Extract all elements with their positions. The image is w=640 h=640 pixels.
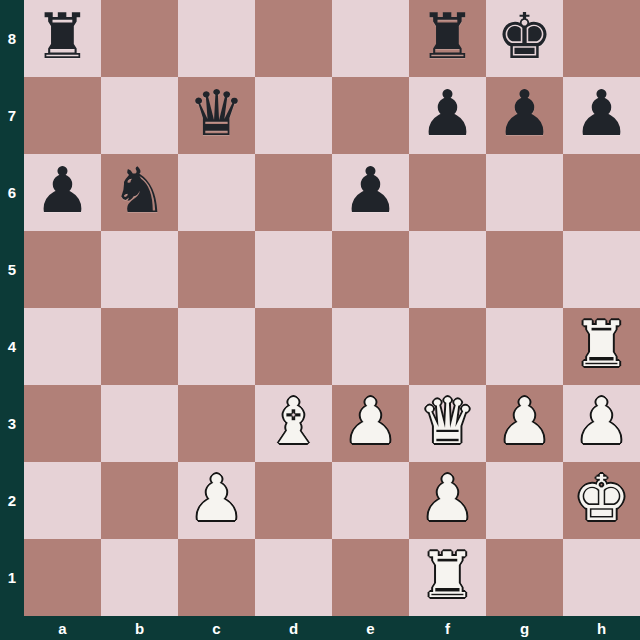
square-a7[interactable] [24,77,101,154]
square-f6[interactable] [409,154,486,231]
square-d8[interactable] [255,0,332,77]
square-c6[interactable] [178,154,255,231]
square-b2[interactable] [101,462,178,539]
square-b5[interactable] [101,231,178,308]
file-label-d: d [255,616,332,640]
square-g5[interactable] [486,231,563,308]
square-d6[interactable] [255,154,332,231]
white-pawn[interactable]: ♟ [342,390,398,453]
black-rook[interactable]: ♜ [34,5,90,68]
square-h5[interactable] [563,231,640,308]
square-e6[interactable]: ♟ [332,154,409,231]
black-rook[interactable]: ♜ [419,5,475,68]
black-queen[interactable]: ♛ [188,82,244,145]
black-pawn[interactable]: ♟ [573,82,629,145]
square-h2[interactable]: ♚ [563,462,640,539]
black-king[interactable]: ♚ [496,5,552,68]
square-c1[interactable] [178,539,255,616]
square-b7[interactable] [101,77,178,154]
square-d2[interactable] [255,462,332,539]
square-d1[interactable] [255,539,332,616]
square-d4[interactable] [255,308,332,385]
square-h1[interactable] [563,539,640,616]
square-h7[interactable]: ♟ [563,77,640,154]
square-e1[interactable] [332,539,409,616]
square-g6[interactable] [486,154,563,231]
square-e8[interactable] [332,0,409,77]
square-g8[interactable]: ♚ [486,0,563,77]
white-rook[interactable]: ♜ [573,313,629,376]
square-a5[interactable] [24,231,101,308]
white-pawn[interactable]: ♟ [188,467,244,530]
square-e4[interactable] [332,308,409,385]
file-label-b: b [101,616,178,640]
square-b4[interactable] [101,308,178,385]
square-h3[interactable]: ♟ [563,385,640,462]
square-f5[interactable] [409,231,486,308]
file-label-a: a [24,616,101,640]
white-rook[interactable]: ♜ [419,544,475,607]
square-c4[interactable] [178,308,255,385]
square-h8[interactable] [563,0,640,77]
square-c7[interactable]: ♛ [178,77,255,154]
chess-board: 8♜♜♚7♛♟♟♟6♟♞♟54♜3♝♟♛♟♟2♟♟♚1♜abcdefgh [0,0,640,640]
black-pawn[interactable]: ♟ [496,82,552,145]
square-c8[interactable] [178,0,255,77]
square-e5[interactable] [332,231,409,308]
rank-label-2: 2 [0,462,24,539]
square-e3[interactable]: ♟ [332,385,409,462]
square-f4[interactable] [409,308,486,385]
square-b1[interactable] [101,539,178,616]
square-d5[interactable] [255,231,332,308]
white-pawn[interactable]: ♟ [496,390,552,453]
rank-label-5: 5 [0,231,24,308]
square-g1[interactable] [486,539,563,616]
rank-label-1: 1 [0,539,24,616]
rank-label-7: 7 [0,77,24,154]
square-a6[interactable]: ♟ [24,154,101,231]
square-g7[interactable]: ♟ [486,77,563,154]
black-pawn[interactable]: ♟ [34,159,90,222]
square-a3[interactable] [24,385,101,462]
board-corner [0,616,24,640]
file-label-h: h [563,616,640,640]
rank-label-3: 3 [0,385,24,462]
file-label-e: e [332,616,409,640]
square-c2[interactable]: ♟ [178,462,255,539]
white-pawn[interactable]: ♟ [419,467,475,530]
white-queen[interactable]: ♛ [419,390,475,453]
square-f1[interactable]: ♜ [409,539,486,616]
square-f8[interactable]: ♜ [409,0,486,77]
white-bishop[interactable]: ♝ [265,390,321,453]
white-king[interactable]: ♚ [573,467,629,530]
square-a8[interactable]: ♜ [24,0,101,77]
square-e2[interactable] [332,462,409,539]
square-g3[interactable]: ♟ [486,385,563,462]
square-f7[interactable]: ♟ [409,77,486,154]
square-e7[interactable] [332,77,409,154]
square-h6[interactable] [563,154,640,231]
rank-label-8: 8 [0,0,24,77]
file-label-g: g [486,616,563,640]
square-c3[interactable] [178,385,255,462]
square-g4[interactable] [486,308,563,385]
file-label-f: f [409,616,486,640]
white-pawn[interactable]: ♟ [573,390,629,453]
square-b8[interactable] [101,0,178,77]
rank-label-6: 6 [0,154,24,231]
square-b6[interactable]: ♞ [101,154,178,231]
square-g2[interactable] [486,462,563,539]
square-c5[interactable] [178,231,255,308]
square-d7[interactable] [255,77,332,154]
square-d3[interactable]: ♝ [255,385,332,462]
square-b3[interactable] [101,385,178,462]
square-f2[interactable]: ♟ [409,462,486,539]
black-knight[interactable]: ♞ [111,159,167,222]
square-f3[interactable]: ♛ [409,385,486,462]
black-pawn[interactable]: ♟ [342,159,398,222]
square-h4[interactable]: ♜ [563,308,640,385]
black-pawn[interactable]: ♟ [419,82,475,145]
square-a2[interactable] [24,462,101,539]
square-a4[interactable] [24,308,101,385]
rank-label-4: 4 [0,308,24,385]
square-a1[interactable] [24,539,101,616]
file-label-c: c [178,616,255,640]
